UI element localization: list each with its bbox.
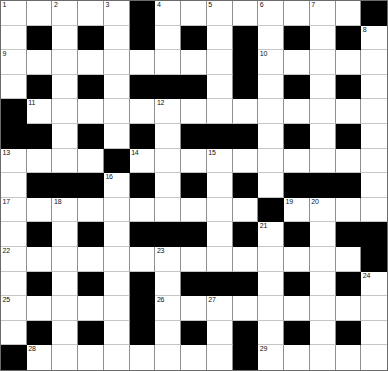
- cell-r2-c11[interactable]: [284, 50, 310, 75]
- cell-r8-c0[interactable]: 17: [1, 198, 27, 223]
- block-cell-r9-c1: [27, 222, 53, 247]
- cell-r12-c4[interactable]: [104, 296, 130, 321]
- cell-r14-c14[interactable]: [361, 345, 387, 370]
- block-cell-r9-c7: [181, 222, 207, 247]
- cell-r1-c4[interactable]: [104, 26, 130, 51]
- cell-r12-c12[interactable]: [310, 296, 336, 321]
- cell-r7-c8[interactable]: [207, 173, 233, 198]
- cell-r10-c13[interactable]: [336, 247, 362, 272]
- cell-r14-c13[interactable]: [336, 345, 362, 370]
- cell-r9-c2[interactable]: [52, 222, 78, 247]
- cell-r12-c2[interactable]: [52, 296, 78, 321]
- block-cell-r1-c1: [27, 26, 53, 51]
- cell-r13-c14[interactable]: [361, 321, 387, 346]
- cell-r6-c3[interactable]: [78, 149, 104, 174]
- cell-r0-c4[interactable]: 3: [104, 1, 130, 26]
- cell-r4-c14[interactable]: [361, 99, 387, 124]
- cell-r14-c11[interactable]: [284, 345, 310, 370]
- clue-number: 15: [208, 149, 215, 157]
- block-cell-r5-c7: [181, 124, 207, 149]
- block-cell-r7-c2: [52, 173, 78, 198]
- cell-r2-c13[interactable]: [336, 50, 362, 75]
- cell-r1-c6[interactable]: [155, 26, 181, 51]
- clue-number: 27: [208, 296, 215, 304]
- cell-r14-c10[interactable]: 29: [258, 345, 284, 370]
- block-cell-r1-c5: [130, 26, 156, 51]
- cell-r8-c14[interactable]: [361, 198, 387, 223]
- cell-r0-c1[interactable]: [27, 1, 53, 26]
- cell-r3-c10[interactable]: [258, 75, 284, 100]
- block-cell-r4-c0: [1, 99, 27, 124]
- block-cell-r9-c3: [78, 222, 104, 247]
- cell-r10-c11[interactable]: [284, 247, 310, 272]
- block-cell-r5-c3: [78, 124, 104, 149]
- block-cell-r13-c5: [130, 321, 156, 346]
- cell-r14-c6[interactable]: [155, 345, 181, 370]
- crossword-grid: 1234567891011121314151617181920212223242…: [0, 0, 388, 371]
- block-cell-r12-c5: [130, 296, 156, 321]
- cell-r6-c13[interactable]: [336, 149, 362, 174]
- clue-number: 7: [311, 1, 315, 9]
- cell-r11-c2[interactable]: [52, 272, 78, 297]
- cell-r11-c12[interactable]: [310, 272, 336, 297]
- cell-r11-c0[interactable]: [1, 272, 27, 297]
- clue-number: 28: [28, 345, 35, 353]
- cell-r14-c4[interactable]: [104, 345, 130, 370]
- block-cell-r11-c1: [27, 272, 53, 297]
- block-cell-r6-c4: [104, 149, 130, 174]
- clue-number: 21: [260, 222, 267, 230]
- cell-r4-c9[interactable]: [233, 99, 259, 124]
- cell-r9-c0[interactable]: [1, 222, 27, 247]
- cell-r12-c7[interactable]: [181, 296, 207, 321]
- block-cell-r14-c9: [233, 345, 259, 370]
- clue-number: 29: [260, 345, 267, 353]
- cell-r1-c10[interactable]: [258, 26, 284, 51]
- cell-r12-c3[interactable]: [78, 296, 104, 321]
- cell-r10-c10[interactable]: [258, 247, 284, 272]
- cell-r5-c10[interactable]: [258, 124, 284, 149]
- clue-number: 23: [157, 247, 164, 255]
- cell-r10-c4[interactable]: [104, 247, 130, 272]
- cell-r0-c10[interactable]: 6: [258, 1, 284, 26]
- clue-number: 17: [3, 198, 10, 206]
- block-cell-r5-c13: [336, 124, 362, 149]
- cell-r5-c6[interactable]: [155, 124, 181, 149]
- block-cell-r11-c13: [336, 272, 362, 297]
- block-cell-r13-c9: [233, 321, 259, 346]
- block-cell-r13-c1: [27, 321, 53, 346]
- cell-r4-c5[interactable]: [130, 99, 156, 124]
- block-cell-r7-c9: [233, 173, 259, 198]
- cell-r5-c4[interactable]: [104, 124, 130, 149]
- cell-r2-c0[interactable]: 9: [1, 50, 27, 75]
- cell-r6-c6[interactable]: [155, 149, 181, 174]
- cell-r4-c6[interactable]: 12: [155, 99, 181, 124]
- block-cell-r1-c3: [78, 26, 104, 51]
- cell-r10-c12[interactable]: [310, 247, 336, 272]
- cell-r4-c3[interactable]: [78, 99, 104, 124]
- block-cell-r13-c11: [284, 321, 310, 346]
- clue-number: 13: [3, 149, 10, 157]
- cell-r9-c10[interactable]: 21: [258, 222, 284, 247]
- cell-r1-c2[interactable]: [52, 26, 78, 51]
- cell-r6-c7[interactable]: [181, 149, 207, 174]
- cell-r7-c10[interactable]: [258, 173, 284, 198]
- cell-r0-c12[interactable]: 7: [310, 1, 336, 26]
- block-cell-r5-c11: [284, 124, 310, 149]
- cell-r6-c8[interactable]: 15: [207, 149, 233, 174]
- cell-r13-c10[interactable]: [258, 321, 284, 346]
- cell-r4-c1[interactable]: 11: [27, 99, 53, 124]
- cell-r0-c9[interactable]: [233, 1, 259, 26]
- clue-number: 10: [260, 50, 267, 58]
- cell-r10-c6[interactable]: 23: [155, 247, 181, 272]
- cell-r8-c2[interactable]: 18: [52, 198, 78, 223]
- block-cell-r9-c5: [130, 222, 156, 247]
- cell-r0-c7[interactable]: [181, 1, 207, 26]
- cell-r2-c7[interactable]: [181, 50, 207, 75]
- block-cell-r13-c13: [336, 321, 362, 346]
- cell-r13-c12[interactable]: [310, 321, 336, 346]
- cell-r8-c3[interactable]: [78, 198, 104, 223]
- cell-r11-c14[interactable]: 24: [361, 272, 387, 297]
- cell-r8-c12[interactable]: 20: [310, 198, 336, 223]
- clue-number: 2: [54, 1, 58, 9]
- block-cell-r9-c11: [284, 222, 310, 247]
- cell-r1-c8[interactable]: [207, 26, 233, 51]
- cell-r2-c4[interactable]: [104, 50, 130, 75]
- block-cell-r3-c7: [181, 75, 207, 100]
- cell-r13-c0[interactable]: [1, 321, 27, 346]
- cell-r4-c8[interactable]: [207, 99, 233, 124]
- cell-r9-c12[interactable]: [310, 222, 336, 247]
- cell-r12-c9[interactable]: [233, 296, 259, 321]
- cell-r4-c4[interactable]: [104, 99, 130, 124]
- cell-r6-c1[interactable]: [27, 149, 53, 174]
- cell-r14-c8[interactable]: [207, 345, 233, 370]
- cell-r4-c7[interactable]: [181, 99, 207, 124]
- cell-r1-c14[interactable]: 8: [361, 26, 387, 51]
- cell-r6-c2[interactable]: [52, 149, 78, 174]
- cell-r8-c6[interactable]: [155, 198, 181, 223]
- cell-r8-c5[interactable]: [130, 198, 156, 223]
- clue-number: 5: [208, 1, 212, 9]
- cell-r4-c2[interactable]: [52, 99, 78, 124]
- cell-r4-c13[interactable]: [336, 99, 362, 124]
- cell-r8-c11[interactable]: 19: [284, 198, 310, 223]
- cell-r0-c6[interactable]: 4: [155, 1, 181, 26]
- cell-r14-c7[interactable]: [181, 345, 207, 370]
- block-cell-r5-c1: [27, 124, 53, 149]
- clue-number: 11: [28, 99, 35, 107]
- cell-r3-c14[interactable]: [361, 75, 387, 100]
- cell-r6-c11[interactable]: [284, 149, 310, 174]
- cell-r6-c5[interactable]: 14: [130, 149, 156, 174]
- block-cell-r0-c5: [130, 1, 156, 26]
- block-cell-r0-c14: [361, 1, 387, 26]
- block-cell-r9-c14: [361, 222, 387, 247]
- cell-r8-c4[interactable]: [104, 198, 130, 223]
- cell-r14-c1[interactable]: 28: [27, 345, 53, 370]
- cell-r10-c9[interactable]: [233, 247, 259, 272]
- block-cell-r11-c7: [181, 272, 207, 297]
- cell-r4-c11[interactable]: [284, 99, 310, 124]
- cell-r4-c12[interactable]: [310, 99, 336, 124]
- block-cell-r13-c3: [78, 321, 104, 346]
- cell-r10-c2[interactable]: [52, 247, 78, 272]
- cell-r3-c4[interactable]: [104, 75, 130, 100]
- cell-r14-c2[interactable]: [52, 345, 78, 370]
- cell-r2-c8[interactable]: [207, 50, 233, 75]
- block-cell-r7-c1: [27, 173, 53, 198]
- cell-r2-c3[interactable]: [78, 50, 104, 75]
- clue-number: 25: [3, 296, 10, 304]
- cell-r2-c5[interactable]: [130, 50, 156, 75]
- block-cell-r7-c11: [284, 173, 310, 198]
- block-cell-r3-c9: [233, 75, 259, 100]
- clue-number: 6: [260, 1, 264, 9]
- block-cell-r5-c9: [233, 124, 259, 149]
- block-cell-r3-c6: [155, 75, 181, 100]
- cell-r11-c6[interactable]: [155, 272, 181, 297]
- cell-r10-c0[interactable]: 22: [1, 247, 27, 272]
- cell-r13-c8[interactable]: [207, 321, 233, 346]
- clue-number: 20: [311, 198, 318, 206]
- block-cell-r10-c14: [361, 247, 387, 272]
- block-cell-r3-c11: [284, 75, 310, 100]
- cell-r8-c13[interactable]: [336, 198, 362, 223]
- cell-r7-c6[interactable]: [155, 173, 181, 198]
- cell-r10-c3[interactable]: [78, 247, 104, 272]
- cell-r7-c14[interactable]: [361, 173, 387, 198]
- cell-r5-c2[interactable]: [52, 124, 78, 149]
- cell-r14-c3[interactable]: [78, 345, 104, 370]
- block-cell-r11-c5: [130, 272, 156, 297]
- block-cell-r5-c5: [130, 124, 156, 149]
- cell-r3-c2[interactable]: [52, 75, 78, 100]
- block-cell-r7-c12: [310, 173, 336, 198]
- cell-r6-c0[interactable]: 13: [1, 149, 27, 174]
- cell-r10-c8[interactable]: [207, 247, 233, 272]
- cell-r0-c8[interactable]: 5: [207, 1, 233, 26]
- cell-r10-c7[interactable]: [181, 247, 207, 272]
- clue-number: 3: [105, 1, 109, 9]
- cell-r1-c12[interactable]: [310, 26, 336, 51]
- clue-number: 18: [54, 198, 61, 206]
- block-cell-r3-c13: [336, 75, 362, 100]
- cell-r0-c11[interactable]: [284, 1, 310, 26]
- cell-r5-c14[interactable]: [361, 124, 387, 149]
- cell-r5-c12[interactable]: [310, 124, 336, 149]
- cell-r10-c1[interactable]: [27, 247, 53, 272]
- cell-r9-c4[interactable]: [104, 222, 130, 247]
- block-cell-r1-c7: [181, 26, 207, 51]
- cell-r8-c7[interactable]: [181, 198, 207, 223]
- block-cell-r7-c13: [336, 173, 362, 198]
- cell-r6-c14[interactable]: [361, 149, 387, 174]
- cell-r0-c3[interactable]: [78, 1, 104, 26]
- cell-r12-c13[interactable]: [336, 296, 362, 321]
- block-cell-r9-c9: [233, 222, 259, 247]
- cell-r2-c10[interactable]: 10: [258, 50, 284, 75]
- cell-r13-c4[interactable]: [104, 321, 130, 346]
- block-cell-r8-c10: [258, 198, 284, 223]
- block-cell-r1-c9: [233, 26, 259, 51]
- block-cell-r13-c7: [181, 321, 207, 346]
- clue-number: 19: [286, 198, 293, 206]
- cell-r12-c1[interactable]: [27, 296, 53, 321]
- cell-r12-c10[interactable]: [258, 296, 284, 321]
- cell-r2-c1[interactable]: [27, 50, 53, 75]
- cell-r13-c6[interactable]: [155, 321, 181, 346]
- block-cell-r9-c6: [155, 222, 181, 247]
- block-cell-r7-c3: [78, 173, 104, 198]
- block-cell-r2-c9: [233, 50, 259, 75]
- cell-r4-c10[interactable]: [258, 99, 284, 124]
- clue-number: 9: [3, 50, 7, 58]
- cell-r10-c5[interactable]: [130, 247, 156, 272]
- cell-r14-c12[interactable]: [310, 345, 336, 370]
- block-cell-r11-c11: [284, 272, 310, 297]
- clue-number: 24: [363, 272, 370, 280]
- cell-r3-c12[interactable]: [310, 75, 336, 100]
- cell-r0-c0[interactable]: 1: [1, 1, 27, 26]
- cell-r11-c10[interactable]: [258, 272, 284, 297]
- block-cell-r14-c0: [1, 345, 27, 370]
- cell-r3-c8[interactable]: [207, 75, 233, 100]
- block-cell-r5-c8: [207, 124, 233, 149]
- cell-r8-c8[interactable]: [207, 198, 233, 223]
- cell-r11-c4[interactable]: [104, 272, 130, 297]
- clue-number: 4: [157, 1, 161, 9]
- clue-number: 8: [363, 26, 367, 34]
- block-cell-r7-c5: [130, 173, 156, 198]
- clue-number: 16: [105, 173, 112, 181]
- clue-number: 22: [3, 247, 10, 255]
- cell-r12-c8[interactable]: 27: [207, 296, 233, 321]
- cell-r6-c9[interactable]: [233, 149, 259, 174]
- cell-r6-c12[interactable]: [310, 149, 336, 174]
- block-cell-r7-c7: [181, 173, 207, 198]
- block-cell-r3-c5: [130, 75, 156, 100]
- cell-r12-c14[interactable]: [361, 296, 387, 321]
- cell-r7-c4[interactable]: 16: [104, 173, 130, 198]
- block-cell-r1-c11: [284, 26, 310, 51]
- cell-r12-c6[interactable]: 26: [155, 296, 181, 321]
- cell-r2-c14[interactable]: [361, 50, 387, 75]
- clue-number: 14: [131, 149, 138, 157]
- block-cell-r9-c13: [336, 222, 362, 247]
- clue-number: 26: [157, 296, 164, 304]
- cell-r2-c2[interactable]: [52, 50, 78, 75]
- clue-number: 1: [3, 1, 7, 9]
- cell-r0-c2[interactable]: 2: [52, 1, 78, 26]
- cell-r6-c10[interactable]: [258, 149, 284, 174]
- cell-r9-c8[interactable]: [207, 222, 233, 247]
- cell-r12-c11[interactable]: [284, 296, 310, 321]
- cell-r8-c1[interactable]: [27, 198, 53, 223]
- block-cell-r11-c9: [233, 272, 259, 297]
- cell-r3-c0[interactable]: [1, 75, 27, 100]
- block-cell-r3-c1: [27, 75, 53, 100]
- block-cell-r11-c3: [78, 272, 104, 297]
- clue-number: 12: [157, 99, 164, 107]
- cell-r0-c13[interactable]: [336, 1, 362, 26]
- block-cell-r3-c3: [78, 75, 104, 100]
- cell-r7-c0[interactable]: [1, 173, 27, 198]
- cell-r2-c6[interactable]: [155, 50, 181, 75]
- cell-r2-c12[interactable]: [310, 50, 336, 75]
- cell-r13-c2[interactable]: [52, 321, 78, 346]
- cell-r1-c0[interactable]: [1, 26, 27, 51]
- cell-r14-c5[interactable]: [130, 345, 156, 370]
- block-cell-r11-c8: [207, 272, 233, 297]
- block-cell-r1-c13: [336, 26, 362, 51]
- cell-r8-c9[interactable]: [233, 198, 259, 223]
- block-cell-r5-c0: [1, 124, 27, 149]
- cell-r12-c0[interactable]: 25: [1, 296, 27, 321]
